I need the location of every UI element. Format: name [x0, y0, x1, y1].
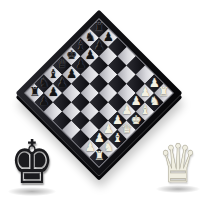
- product-photo: ♜♞♝♛♚♝♞♜♟♟♟♟♟♟♟♟♟♟♟♟♟♟♟♟♜♞♝♛♚♝♞♜ ♚ ♛: [0, 0, 200, 200]
- white-queen-icon: ♛: [157, 137, 200, 190]
- black-king-icon: ♚: [9, 132, 55, 192]
- white-queen-display-piece: ♛: [152, 137, 200, 190]
- black-king-shadow: [8, 187, 56, 196]
- white-rook: ♜: [158, 86, 169, 98]
- white-queen-shadow: [156, 185, 200, 193]
- black-king-display-piece: ♚: [4, 132, 60, 192]
- black-pawn: ♟: [103, 30, 114, 42]
